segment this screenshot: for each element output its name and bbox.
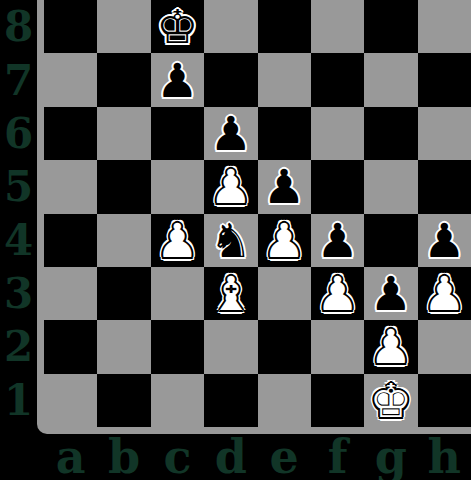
black-knight-d4[interactable]: ♞: [210, 214, 252, 267]
white-pawn-h3[interactable]: ♟: [423, 267, 465, 320]
square-c3[interactable]: [151, 267, 204, 320]
square-g5[interactable]: [364, 160, 417, 213]
black-pawn-e5[interactable]: ♟: [263, 160, 305, 213]
square-g4[interactable]: [364, 214, 417, 267]
white-pawn-g2[interactable]: ♟: [370, 320, 412, 373]
square-e5[interactable]: ♟: [258, 160, 311, 213]
square-h8[interactable]: [418, 0, 471, 53]
white-pawn-f3[interactable]: ♟: [316, 267, 358, 320]
square-d2[interactable]: [204, 320, 257, 373]
square-a3[interactable]: [44, 267, 97, 320]
black-pawn-h4[interactable]: ♟: [423, 214, 465, 267]
file-label-c: c: [151, 434, 204, 480]
square-h4[interactable]: ♟: [418, 214, 471, 267]
square-b7[interactable]: [97, 53, 150, 106]
square-c6[interactable]: [151, 107, 204, 160]
file-labels: abcdefgh: [0, 434, 471, 480]
square-a1[interactable]: [44, 374, 97, 427]
square-b3[interactable]: [97, 267, 150, 320]
square-c2[interactable]: [151, 320, 204, 373]
square-h1[interactable]: [418, 374, 471, 427]
square-c1[interactable]: [151, 374, 204, 427]
square-d5[interactable]: ♟: [204, 160, 257, 213]
square-g8[interactable]: [364, 0, 417, 53]
square-b5[interactable]: [97, 160, 150, 213]
square-c8[interactable]: ♚: [151, 0, 204, 53]
square-d7[interactable]: [204, 53, 257, 106]
square-e6[interactable]: [258, 107, 311, 160]
square-f5[interactable]: [311, 160, 364, 213]
rank-label-1: 1: [0, 374, 37, 427]
square-a6[interactable]: [44, 107, 97, 160]
square-a4[interactable]: [44, 214, 97, 267]
square-g3[interactable]: ♟: [364, 267, 417, 320]
white-pawn-e4[interactable]: ♟: [263, 214, 305, 267]
rank-label-2: 2: [0, 320, 37, 373]
black-pawn-d6[interactable]: ♟: [210, 107, 252, 160]
square-d6[interactable]: ♟: [204, 107, 257, 160]
square-g6[interactable]: [364, 107, 417, 160]
square-c5[interactable]: [151, 160, 204, 213]
black-pawn-f4[interactable]: ♟: [316, 214, 358, 267]
square-f8[interactable]: [311, 0, 364, 53]
square-e3[interactable]: [258, 267, 311, 320]
square-g1[interactable]: ♚: [364, 374, 417, 427]
white-pawn-d5[interactable]: ♟: [210, 160, 252, 213]
square-c7[interactable]: ♟: [151, 53, 204, 106]
square-d3[interactable]: ♝: [204, 267, 257, 320]
square-e7[interactable]: [258, 53, 311, 106]
file-label-b: b: [97, 434, 150, 480]
square-b1[interactable]: [97, 374, 150, 427]
square-f6[interactable]: [311, 107, 364, 160]
board-area: 87654321 ♚♟♟♟♟♟♞♟♟♟♝♟♟♟♟♚: [0, 0, 471, 434]
square-f1[interactable]: [311, 374, 364, 427]
square-e1[interactable]: [258, 374, 311, 427]
white-bishop-d3[interactable]: ♝: [210, 267, 252, 320]
square-d1[interactable]: [204, 374, 257, 427]
square-d8[interactable]: [204, 0, 257, 53]
square-e4[interactable]: ♟: [258, 214, 311, 267]
square-h2[interactable]: [418, 320, 471, 373]
rank-label-3: 3: [0, 267, 37, 320]
rank-labels: 87654321: [0, 0, 37, 434]
square-f4[interactable]: ♟: [311, 214, 364, 267]
square-c4[interactable]: ♟: [151, 214, 204, 267]
file-label-a: a: [44, 434, 97, 480]
white-pawn-c4[interactable]: ♟: [156, 214, 198, 267]
file-label-d: d: [204, 434, 257, 480]
black-king-c8[interactable]: ♚: [156, 0, 198, 53]
rank-label-6: 6: [0, 107, 37, 160]
rank-label-4: 4: [0, 214, 37, 267]
black-pawn-g3[interactable]: ♟: [370, 267, 412, 320]
square-b6[interactable]: [97, 107, 150, 160]
square-a7[interactable]: [44, 53, 97, 106]
rank-label-8: 8: [0, 0, 37, 53]
white-king-g1[interactable]: ♚: [370, 374, 412, 427]
square-b2[interactable]: [97, 320, 150, 373]
square-a5[interactable]: [44, 160, 97, 213]
file-label-h: h: [418, 434, 471, 480]
square-b8[interactable]: [97, 0, 150, 53]
square-h5[interactable]: [418, 160, 471, 213]
square-f7[interactable]: [311, 53, 364, 106]
square-d4[interactable]: ♞: [204, 214, 257, 267]
square-f2[interactable]: [311, 320, 364, 373]
square-e2[interactable]: [258, 320, 311, 373]
square-g7[interactable]: [364, 53, 417, 106]
rank-label-5: 5: [0, 160, 37, 213]
square-e8[interactable]: [258, 0, 311, 53]
square-h7[interactable]: [418, 53, 471, 106]
chess-board-diagram: 87654321 ♚♟♟♟♟♟♞♟♟♟♝♟♟♟♟♚ abcdefgh: [0, 0, 471, 480]
rank-label-7: 7: [0, 53, 37, 106]
file-label-g: g: [364, 434, 417, 480]
square-g2[interactable]: ♟: [364, 320, 417, 373]
square-h6[interactable]: [418, 107, 471, 160]
board: ♚♟♟♟♟♟♞♟♟♟♝♟♟♟♟♚: [37, 0, 471, 434]
square-a2[interactable]: [44, 320, 97, 373]
square-a8[interactable]: [44, 0, 97, 53]
square-h3[interactable]: ♟: [418, 267, 471, 320]
square-b4[interactable]: [97, 214, 150, 267]
file-label-e: e: [258, 434, 311, 480]
square-f3[interactable]: ♟: [311, 267, 364, 320]
black-pawn-c7[interactable]: ♟: [156, 54, 198, 107]
file-label-f: f: [311, 434, 364, 480]
